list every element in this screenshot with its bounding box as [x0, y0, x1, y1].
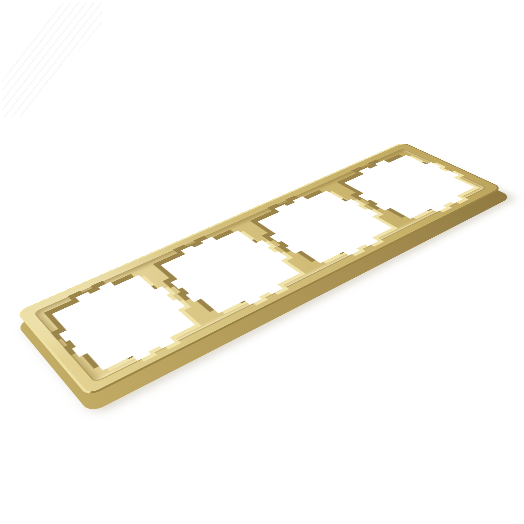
photo-watermark	[2, 2, 102, 117]
product-photo-stage	[0, 0, 524, 524]
frame-front-face	[16, 142, 503, 397]
switch-frame	[16, 142, 503, 397]
